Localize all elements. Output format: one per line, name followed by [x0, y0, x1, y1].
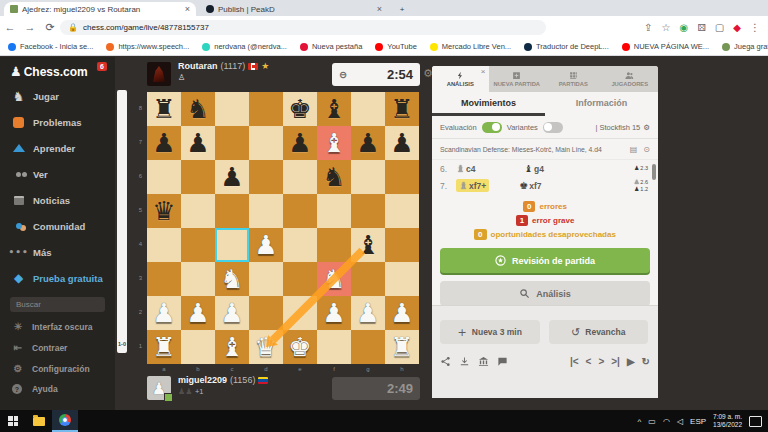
move-san: xf7+: [469, 181, 486, 191]
star-circle-icon: [495, 255, 506, 266]
square-e2[interactable]: [283, 296, 317, 330]
scrollbar[interactable]: [652, 164, 656, 180]
square-f7[interactable]: ♝: [317, 126, 351, 160]
go-start-icon[interactable]: |<: [570, 356, 579, 367]
subtab-movimientos[interactable]: Movimientos: [432, 92, 545, 116]
people-icon: [12, 220, 25, 233]
square-h7[interactable]: ♟: [385, 126, 419, 160]
square-c3[interactable]: ♞: [215, 262, 249, 296]
collapse-icon: ⇤: [12, 342, 24, 353]
rematch-icon: ↺: [571, 326, 580, 339]
file-label: d: [249, 366, 283, 372]
bookmark-item[interactable]: YouTube: [375, 42, 416, 51]
captured-pieces: ♙: [178, 74, 269, 82]
square-c2[interactable]: ♟: [215, 296, 249, 330]
bookmark-item[interactable]: nerdvana (@nerdva...: [202, 42, 287, 51]
bookmark-favicon: [8, 43, 16, 51]
tab-title: Publish | PeakD: [218, 5, 275, 14]
square-c5[interactable]: [215, 194, 249, 228]
square-a4[interactable]: [147, 228, 181, 262]
forward-icon[interactable]: →: [20, 21, 40, 33]
search-input[interactable]: Buscar: [10, 297, 105, 312]
browser-tabstrip: Ajedrez: miguel2209 vs Routaran × Publis…: [0, 0, 768, 16]
square-h4[interactable]: [385, 228, 419, 262]
sidebar-item-configuraci-n[interactable]: ⚙Configuración: [0, 358, 115, 379]
evaluation-label: Evaluación: [440, 123, 477, 132]
black-knight[interactable]: ♞: [317, 160, 351, 194]
white-move[interactable]: ♝c4: [456, 163, 524, 174]
bk-figurine-icon: ♚: [519, 180, 528, 191]
close-icon[interactable]: ×: [185, 4, 190, 14]
analysis-panel: ANÁLISIS × NUEVA PARTIDA PARTIDAS JUGADO…: [432, 66, 658, 398]
stat-errores: 0errores: [523, 201, 567, 212]
square-b3[interactable]: [181, 262, 215, 296]
square-g4[interactable]: ♝: [351, 228, 385, 262]
file-label: g: [351, 366, 385, 372]
wb-figurine-icon: ♝: [456, 163, 465, 174]
stat-label: errores: [539, 202, 567, 211]
sidebar-item-contraer[interactable]: ⇤Contraer: [0, 337, 115, 358]
square-e7[interactable]: ♟: [283, 126, 317, 160]
bookmarks-bar: Facebook - Inicia se...https://www.speec…: [0, 38, 768, 56]
square-a6[interactable]: [147, 160, 181, 194]
square-f5[interactable]: [317, 194, 351, 228]
archive-building-icon[interactable]: [478, 356, 489, 367]
chess-favicon: [10, 5, 18, 13]
flip-board-icon[interactable]: ↻: [642, 356, 650, 367]
brightness-icon: ☀: [12, 321, 24, 332]
bookmark-item[interactable]: Facebook - Inicia se...: [8, 42, 93, 51]
keychain-extension-icon[interactable]: ◉: [679, 22, 688, 33]
back-icon[interactable]: ←: [0, 21, 20, 33]
move-san: xf7: [529, 181, 541, 191]
evaluation-toggle[interactable]: [482, 122, 502, 133]
download-icon[interactable]: [459, 356, 470, 367]
file-label: a: [147, 366, 181, 372]
bookmark-item[interactable]: Nueva pestaña: [300, 42, 362, 51]
subtab-label: Información: [576, 98, 628, 108]
square-g8[interactable]: [351, 92, 385, 126]
move-list: 6.♝c4♝g4♟2.37.♝xf7+♚xf7♟2.6♟1.2: [432, 160, 658, 194]
bookmark-label: Juega gratis al ajed...: [734, 42, 768, 51]
square-e5[interactable]: [283, 194, 317, 228]
extensions-puzzle-icon[interactable]: ⚄: [697, 22, 706, 33]
panel-tabs: ANÁLISIS × NUEVA PARTIDA PARTIDAS JUGADO…: [432, 66, 658, 92]
square-f3[interactable]: ♞: [317, 262, 351, 296]
move-san: c4: [466, 164, 475, 174]
square-g1[interactable]: [351, 330, 385, 364]
white-pawn-icon: ♟: [634, 179, 639, 186]
sidebar-item-label: Aprender: [33, 143, 75, 154]
stat-label: oportunidades desaprovechadas: [491, 230, 616, 239]
square-b1[interactable]: [181, 330, 215, 364]
sidebar-item-label: Ayuda: [32, 384, 58, 394]
black-queen[interactable]: ♛: [147, 194, 181, 228]
white-king[interactable]: ♚: [283, 330, 317, 364]
bookmark-label: YouTube: [387, 42, 416, 51]
wifi-icon[interactable]: ◠: [663, 417, 670, 426]
square-d3[interactable]: [249, 262, 283, 296]
go-end-icon[interactable]: >|: [611, 356, 620, 367]
white-knight[interactable]: ♞: [215, 262, 249, 296]
prev-move-icon[interactable]: <: [586, 356, 592, 367]
sidebar-item-noticias[interactable]: Noticias: [0, 187, 115, 213]
square-a7[interactable]: ♟: [147, 126, 181, 160]
share-icon[interactable]: ⇪: [644, 22, 652, 33]
analysis-button[interactable]: Análisis: [440, 281, 650, 306]
black-pawn[interactable]: ♟: [215, 160, 249, 194]
engine-gear-icon[interactable]: ⚙: [643, 123, 650, 132]
move-row: 6.♝c4♝g4♟2.3: [432, 160, 658, 177]
menu-dots-icon[interactable]: ⋮: [750, 22, 760, 33]
square-d8[interactable]: [249, 92, 283, 126]
stat-oportunidades-desaprovechadas: 0oportunidades desaprovechadas: [474, 229, 616, 240]
square-a2[interactable]: ♟: [147, 296, 181, 330]
browser-tab-peakd[interactable]: Publish | PeakD ×: [200, 2, 388, 16]
panel-subtabs: Movimientos Información: [432, 92, 658, 116]
rank-label: 8: [136, 105, 145, 111]
player-name[interactable]: Routaran: [178, 62, 218, 71]
sidebar-item-aprender[interactable]: Aprender: [0, 135, 115, 161]
book-icon[interactable]: ▤: [630, 145, 638, 154]
square-e3[interactable]: [283, 262, 317, 296]
browser-tab-chess[interactable]: Ajedrez: miguel2209 vs Routaran ×: [4, 2, 196, 16]
black-pawn[interactable]: ♟: [181, 126, 215, 160]
news-icon: [12, 194, 25, 207]
sidebar-item-label: Noticias: [33, 195, 70, 206]
file-labels: abcdefgh: [147, 366, 419, 374]
new-tab-button[interactable]: +: [394, 2, 410, 16]
graduation-icon: [12, 142, 25, 155]
square-g6[interactable]: [351, 160, 385, 194]
square-c8[interactable]: [215, 92, 249, 126]
close-icon[interactable]: ×: [481, 67, 486, 76]
bookmark-label: nerdvana (@nerdva...: [214, 42, 287, 51]
white-pawn[interactable]: ♟: [317, 296, 351, 330]
move-number: 7.: [440, 181, 456, 191]
toggle-row: Evaluación Variantes | Stockfish 15 ⚙: [432, 116, 658, 139]
material-advantage: +1: [195, 387, 204, 396]
autoplay-icon[interactable]: ▶: [627, 356, 635, 367]
square-d7[interactable]: [249, 126, 283, 160]
black-pawn-icon: ♟: [634, 165, 639, 172]
white-pawn[interactable]: ♟: [181, 296, 215, 330]
sidebar-item-prueba-gratuita[interactable]: ◆Prueba gratuita: [0, 265, 115, 291]
square-g2[interactable]: ♟: [351, 296, 385, 330]
tab-title: Ajedrez: miguel2209 vs Routaran: [22, 5, 140, 14]
square-d1[interactable]: ♛: [249, 330, 283, 364]
black-rook[interactable]: ♜: [147, 92, 181, 126]
square-f6[interactable]: ♞: [317, 160, 351, 194]
plus-icon: +: [458, 326, 467, 339]
bookmark-item[interactable]: Juega gratis al ajed...: [722, 42, 768, 51]
white-bishop[interactable]: ♝: [215, 330, 249, 364]
battery-icon[interactable]: ▭: [648, 417, 656, 426]
chess-board[interactable]: ♜♞♚♝♜♟♟♟♝♟♟♟♞♛♟♝♞♞♟♟♟♟♟♟♜♝♛♚♜: [147, 92, 419, 364]
panel-footer-section: + Nueva 3 min ↺ Revancha |< <: [432, 305, 658, 398]
avatar[interactable]: [147, 62, 171, 86]
notification-center-icon[interactable]: [749, 416, 762, 427]
sidebar-item-ayuda[interactable]: ?Ayuda: [0, 379, 115, 399]
file-label: e: [283, 366, 317, 372]
bottom-player-row: ♟ miguel2209 (1156) ♟♟ +1 2:49: [147, 376, 420, 404]
bookmark-item[interactable]: Traductor de DeepL...: [524, 42, 609, 51]
star-icon: ★: [261, 62, 269, 71]
tab-label: ANÁLISIS: [447, 81, 474, 87]
bookmark-item[interactable]: Mercado Libre Ven...: [430, 42, 511, 51]
sidebar-item-problemas[interactable]: Problemas: [0, 109, 115, 135]
evaluation-bar: 1-0: [117, 90, 127, 353]
help-icon: ?: [12, 384, 24, 394]
timer-icon: ⊖: [339, 69, 347, 80]
file-label: b: [181, 366, 215, 372]
button-label: Revancha: [585, 327, 625, 337]
tab-label: PARTIDAS: [559, 81, 588, 87]
bookmark-label: https://www.speech...: [118, 42, 189, 51]
square-f4[interactable]: [317, 228, 351, 262]
tray-date: 13/6/2022: [713, 421, 742, 428]
square-a5[interactable]: ♛: [147, 194, 181, 228]
lightning-icon: [456, 71, 465, 80]
black-knight[interactable]: ♞: [181, 92, 215, 126]
square-e8[interactable]: ♚: [283, 92, 317, 126]
profile-icon[interactable]: ▢: [715, 22, 724, 33]
sidebar-item-label: Ver: [33, 169, 48, 180]
file-label: f: [317, 366, 351, 372]
variants-toggle[interactable]: [543, 122, 563, 133]
language-indicator[interactable]: ESP: [690, 417, 706, 426]
engine-label: | Stockfish 15: [595, 123, 640, 132]
square-f2[interactable]: ♟: [317, 296, 351, 330]
square-e4[interactable]: [283, 228, 317, 262]
square-e1[interactable]: ♚: [283, 330, 317, 364]
square-b4[interactable]: [181, 228, 215, 262]
next-move-icon[interactable]: >: [598, 356, 604, 367]
venezuela-flag-icon: [258, 377, 268, 384]
stat-label: error grave: [532, 216, 574, 225]
people-icon: [625, 71, 634, 80]
bottom-clock: 2:49: [332, 377, 420, 400]
top-player-row: Routaran (1117) ★ ♙ ⊖ 2:54: [147, 62, 420, 90]
tab-partidas[interactable]: PARTIDAS: [545, 66, 602, 92]
square-c4[interactable]: [215, 228, 249, 262]
tab-jugadores[interactable]: JUGADORES: [602, 66, 659, 92]
speaker-icon[interactable]: ◁: [677, 417, 683, 426]
square-b5[interactable]: [181, 194, 215, 228]
square-a3[interactable]: [147, 262, 181, 296]
game-review-button[interactable]: Revisión de partida: [440, 248, 650, 273]
hive-extension-icon[interactable]: ◆: [733, 22, 741, 33]
black-pawn[interactable]: ♟: [351, 126, 385, 160]
bookmark-item[interactable]: https://www.speech...: [106, 42, 189, 51]
sidebar-item-label: Interfaz oscura: [32, 322, 92, 332]
black-bishop[interactable]: ♝: [351, 228, 385, 262]
sidebar-item-label: Configuración: [32, 364, 90, 374]
file-explorer-icon[interactable]: [26, 410, 52, 432]
square-d2[interactable]: [249, 296, 283, 330]
rank-label: 4: [136, 241, 145, 247]
online-badge: [164, 393, 173, 402]
file-label: h: [385, 366, 419, 372]
stat-count-badge: 0: [523, 201, 535, 212]
bookmark-favicon: [524, 43, 532, 51]
dots-icon: •••: [12, 246, 25, 259]
clock-date[interactable]: 7:09 a. m. 13/6/2022: [713, 413, 742, 429]
sidebar-item-label: Comunidad: [33, 221, 85, 232]
bookmark-label: NUEVA PÁGINA WE...: [634, 42, 709, 51]
chesscom-logo[interactable]: ♟ Chess.com 6: [0, 57, 115, 83]
square-h3[interactable]: [385, 262, 419, 296]
bookmark-favicon: [202, 43, 210, 51]
opening-name[interactable]: Scandinavian Defense: Mieses-Kotrč, Main…: [440, 146, 602, 153]
bookmark-favicon: [106, 43, 114, 51]
white-queen[interactable]: ♛: [249, 330, 283, 364]
square-d5[interactable]: [249, 194, 283, 228]
address-bar[interactable]: 🔒 chess.com/game/live/48778155737: [60, 20, 546, 35]
move-row: 7.♝xf7+♚xf7♟2.6♟1.2: [432, 177, 658, 194]
rank-label: 5: [136, 207, 145, 213]
white-pawn[interactable]: ♟: [249, 228, 283, 262]
canada-flag-icon: [248, 63, 258, 70]
square-c7[interactable]: [215, 126, 249, 160]
square-b2[interactable]: ♟: [181, 296, 215, 330]
sidebar-item-label: Más: [33, 247, 51, 258]
square-c6[interactable]: ♟: [215, 160, 249, 194]
bookmark-item[interactable]: NUEVA PÁGINA WE...: [622, 42, 709, 51]
black-king[interactable]: ♚: [283, 92, 317, 126]
white-pawn[interactable]: ♟: [215, 296, 249, 330]
move-evals: ♟2.6♟1.2: [634, 179, 658, 192]
history-icon[interactable]: ⊙: [643, 145, 650, 154]
bookmark-star-icon[interactable]: ☆: [661, 22, 670, 33]
bookmark-label: Nueva pestaña: [312, 42, 362, 51]
rank-label: 2: [136, 309, 145, 315]
bookmark-favicon: [300, 43, 308, 51]
square-h5[interactable]: [385, 194, 419, 228]
square-h2[interactable]: ♟: [385, 296, 419, 330]
chat-icon[interactable]: [497, 356, 508, 367]
reload-icon[interactable]: ⟳: [40, 21, 60, 34]
white-knight[interactable]: ♞: [317, 262, 351, 296]
clock-time: 2:54: [387, 67, 413, 82]
sidebar-item-comunidad[interactable]: Comunidad: [0, 213, 115, 239]
black-pawn[interactable]: ♟: [385, 126, 419, 160]
peakd-favicon: [206, 5, 214, 13]
url-text: chess.com/game/live/48778155737: [83, 23, 209, 32]
new-game-button[interactable]: + Nueva 3 min: [440, 320, 540, 344]
square-d4[interactable]: ♟: [249, 228, 283, 262]
square-g3[interactable]: [351, 262, 385, 296]
stat-count-badge: 0: [474, 229, 486, 240]
wb-figurine-icon: ♝: [459, 180, 468, 191]
logo-text: Chess.com: [24, 65, 88, 79]
button-label: Revisión de partida: [512, 256, 595, 266]
tray-time: 7:09 a. m.: [713, 413, 742, 420]
captured-pieces: ♟♟: [178, 387, 192, 396]
button-label: Nueva 3 min: [472, 327, 522, 337]
square-b8[interactable]: ♞: [181, 92, 215, 126]
square-h8[interactable]: ♜: [385, 92, 419, 126]
black-bishop[interactable]: ♝: [317, 92, 351, 126]
subtab-label: Movimientos: [461, 98, 516, 108]
black-pawn[interactable]: ♟: [283, 126, 317, 160]
square-b7[interactable]: ♟: [181, 126, 215, 160]
sidebar-item-ver[interactable]: Ver: [0, 161, 115, 187]
sidebar-item-jugar[interactable]: ♞Jugar: [0, 83, 115, 109]
rank-label: 6: [136, 173, 145, 179]
pawn-logo-icon: ♟: [10, 64, 22, 79]
black-move[interactable]: ♚xf7: [519, 180, 587, 191]
bookmark-label: Mercado Libre Ven...: [442, 42, 511, 51]
white-pawn[interactable]: ♟: [351, 296, 385, 330]
square-a1[interactable]: ♜: [147, 330, 181, 364]
square-e6[interactable]: [283, 160, 317, 194]
white-rook[interactable]: ♜: [147, 330, 181, 364]
square-d6[interactable]: [249, 160, 283, 194]
screen: Ajedrez: miguel2209 vs Routaran × Publis…: [0, 0, 768, 432]
top-clock: ⊖ 2:54: [332, 63, 420, 86]
square-h6[interactable]: [385, 160, 419, 194]
white-bishop[interactable]: ♝: [317, 126, 351, 160]
sidebar-item-interfaz-oscura[interactable]: ☀Interfaz oscura: [0, 316, 115, 337]
square-c1[interactable]: ♝: [215, 330, 249, 364]
magnifier-icon: [519, 288, 530, 299]
subtab-informacion[interactable]: Información: [545, 92, 658, 116]
start-button[interactable]: [0, 410, 26, 432]
square-g5[interactable]: [351, 194, 385, 228]
black-pawn-icon: ♟: [634, 186, 639, 193]
player-name[interactable]: miguel2209: [178, 376, 227, 385]
rank-label: 7: [136, 139, 145, 145]
tray-expand-icon[interactable]: ^: [638, 417, 642, 426]
rematch-button[interactable]: ↺ Revancha: [549, 320, 649, 344]
white-move[interactable]: ♝xf7+: [456, 179, 489, 192]
square-f1[interactable]: [317, 330, 351, 364]
square-f8[interactable]: ♝: [317, 92, 351, 126]
sidebar: ♟ Chess.com 6 ♞JugarProblemasAprenderVer…: [0, 57, 115, 410]
browser-toolbar: ← → ⟳ 🔒 chess.com/game/live/48778155737 …: [0, 16, 768, 38]
stat-error-grave: 1error grave: [516, 215, 575, 226]
game-stats: 0errores1error grave0oportunidades desap…: [432, 194, 658, 243]
black-move[interactable]: ♝g4: [524, 163, 592, 174]
white-rook[interactable]: ♜: [385, 330, 419, 364]
chrome-taskbar-icon[interactable]: [52, 410, 78, 432]
square-g7[interactable]: ♟: [351, 126, 385, 160]
square-h1[interactable]: ♜: [385, 330, 419, 364]
black-pawn[interactable]: ♟: [147, 126, 181, 160]
bookmark-favicon: [430, 43, 438, 51]
close-icon[interactable]: ×: [377, 4, 382, 14]
search-placeholder: Buscar: [16, 300, 41, 309]
avatar[interactable]: ♟: [147, 376, 171, 400]
share-icon[interactable]: [440, 356, 451, 367]
sidebar-item-m-s[interactable]: •••Más: [0, 239, 115, 265]
square-b6[interactable]: [181, 160, 215, 194]
tab-nueva-partida[interactable]: NUEVA PARTIDA: [489, 66, 546, 92]
white-pawn[interactable]: ♟: [385, 296, 419, 330]
tab-label: NUEVA PARTIDA: [493, 81, 540, 87]
stat-count-badge: 1: [516, 215, 528, 226]
black-rook[interactable]: ♜: [385, 92, 419, 126]
button-label: Análisis: [536, 289, 571, 299]
square-a8[interactable]: ♜: [147, 92, 181, 126]
file-label: c: [215, 366, 249, 372]
player-rating: (1156): [230, 376, 255, 385]
notification-badge: 6: [97, 62, 107, 71]
bookmark-favicon: [622, 43, 630, 51]
tab-analisis[interactable]: ANÁLISIS ×: [432, 66, 489, 92]
white-pawn[interactable]: ♟: [147, 296, 181, 330]
